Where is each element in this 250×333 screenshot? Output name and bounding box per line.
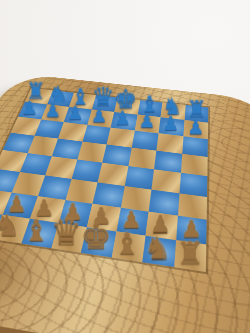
square-a4	[0, 150, 27, 172]
square-c3	[38, 175, 71, 200]
square-g1: ♞	[142, 236, 175, 267]
square-e5	[102, 145, 131, 166]
square-e4	[98, 163, 128, 186]
piece-blue-rook: ♜	[22, 80, 51, 102]
square-e7: ♟	[111, 112, 138, 130]
chess-board: ♜♞♝♛♚♝♞♜♟♟♟♟♟♟♟♟♟♟♟♟♟♟♟♟♜♞♝♛♚♝♞♜	[0, 88, 208, 272]
square-d2: ♟	[58, 200, 92, 227]
square-f5	[128, 148, 156, 170]
square-h7: ♟	[183, 120, 208, 139]
square-f3	[120, 186, 151, 212]
square-e3	[92, 182, 124, 207]
square-d3	[65, 179, 98, 204]
square-g4	[151, 169, 180, 193]
piece-blue-bishop: ♝	[134, 93, 164, 116]
piece-wood-pawn: ♟	[172, 217, 211, 241]
piece-blue-rook: ♜	[181, 98, 211, 121]
square-e2: ♟	[87, 204, 120, 232]
piece-wood-pawn: ♟	[141, 213, 179, 237]
square-d5	[77, 142, 107, 163]
square-c7: ♟	[64, 107, 92, 125]
square-a5	[3, 133, 34, 153]
scene-3d: ♜♞♝♛♚♝♞♜♟♟♟♟♟♟♟♟♟♟♟♟♟♟♟♟♜♞♝♛♚♝♞♜	[0, 0, 250, 333]
square-h1: ♜	[174, 240, 206, 272]
square-e1: ♚	[81, 227, 116, 257]
piece-blue-pawn: ♟	[155, 115, 186, 134]
square-f1: ♝	[111, 231, 145, 262]
square-h5	[180, 154, 207, 176]
piece-wood-knight: ♞	[138, 233, 178, 264]
square-d1: ♛	[51, 223, 87, 253]
chess-board-slab: ♜♞♝♛♚♝♞♜♟♟♟♟♟♟♟♟♟♟♟♟♟♟♟♟♜♞♝♛♚♝♞♜	[0, 73, 250, 333]
photo-scene: ♜♞♝♛♚♝♞♜♟♟♟♟♟♟♟♟♟♟♟♟♟♟♟♟♜♞♝♛♚♝♞♜	[0, 0, 250, 333]
square-c5	[52, 139, 82, 160]
square-c4	[45, 156, 77, 179]
square-g3	[149, 190, 179, 216]
square-d4	[71, 159, 102, 182]
piece-blue-knight: ♞	[157, 95, 187, 118]
